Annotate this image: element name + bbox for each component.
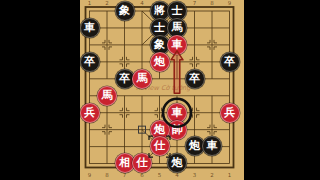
annotation-layer (0, 0, 320, 180)
xiangqi-video-frame: 將士象車士馬象車卒炮卒卒馬卒馬兵車兵帥炮仕炮車相仕炮 1234567899876… (0, 0, 320, 180)
